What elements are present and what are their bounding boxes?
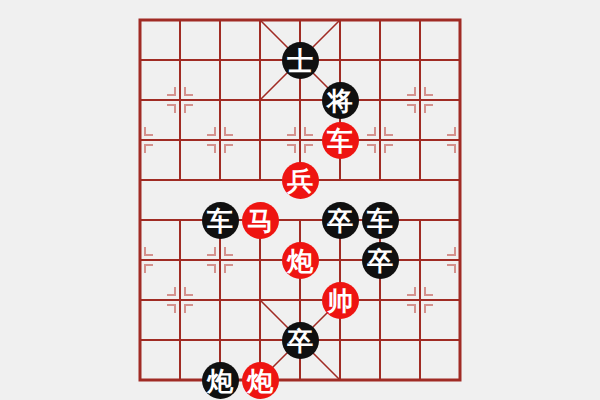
piece-black-soldier[interactable]: 卒 [322, 202, 359, 239]
piece-red-chariot[interactable]: 车 [322, 122, 359, 159]
piece-black-cannon[interactable]: 炮 [202, 362, 239, 399]
piece-red-cannon[interactable]: 炮 [282, 242, 319, 279]
piece-black-chariot[interactable]: 车 [202, 202, 239, 239]
piece-red-cannon[interactable]: 炮 [242, 362, 279, 399]
piece-black-advisor[interactable]: 士 [282, 42, 319, 79]
piece-black-chariot[interactable]: 车 [362, 202, 399, 239]
piece-red-soldier[interactable]: 兵 [282, 162, 319, 199]
piece-red-horse[interactable]: 马 [242, 202, 279, 239]
piece-black-soldier[interactable]: 卒 [362, 242, 399, 279]
piece-grid: 士将车兵车马卒车炮卒帅卒炮炮 [120, 0, 480, 400]
piece-black-general[interactable]: 将 [322, 82, 359, 119]
xiangqi-board: 士将车兵车马卒车炮卒帅卒炮炮 [0, 0, 600, 400]
piece-red-general[interactable]: 帅 [322, 282, 359, 319]
piece-black-soldier[interactable]: 卒 [282, 322, 319, 359]
